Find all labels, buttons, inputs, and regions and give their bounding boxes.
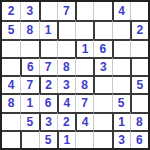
cell-r5c2-given-7: 7 (20, 75, 38, 93)
cell-r7c5-given-4: 4 (75, 112, 93, 130)
cell-r8c2-empty[interactable] (20, 130, 38, 148)
cell-r7c7-given-1: 1 (112, 112, 130, 130)
cell-r5c1-given-4: 4 (2, 75, 20, 93)
cell-r5c5-given-8: 8 (75, 75, 93, 93)
cell-r8c5-empty[interactable] (75, 130, 93, 148)
cell-r5c3-given-2: 2 (39, 75, 57, 93)
cell-r4c4-given-8: 8 (57, 57, 75, 75)
cell-r1c3-empty[interactable] (39, 2, 57, 20)
cell-r4c2-given-6: 6 (20, 57, 38, 75)
cell-r6c4-given-4: 4 (57, 93, 75, 111)
cell-r4c3-given-7: 7 (39, 57, 57, 75)
cell-r4c6-given-3: 3 (93, 57, 111, 75)
cell-r8c7-given-3: 3 (112, 130, 130, 148)
cell-r1c4-given-7: 7 (57, 2, 75, 20)
cell-r5c4-given-3: 3 (57, 75, 75, 93)
cell-r1c2-given-3: 3 (20, 2, 38, 20)
cell-r4c8-empty[interactable] (130, 57, 148, 75)
cell-r3c7-empty[interactable] (112, 39, 130, 57)
cell-r4c5-empty[interactable] (75, 57, 93, 75)
cell-r2c1-given-5: 5 (2, 20, 20, 38)
cell-r7c4-given-2: 2 (57, 112, 75, 130)
cell-r3c4-empty[interactable] (57, 39, 75, 57)
cell-r6c8-empty[interactable] (130, 93, 148, 111)
cell-r5c7-empty[interactable] (112, 75, 130, 93)
sudoku-board: 237458121667834723858164755324185136 (0, 0, 150, 150)
cell-r3c8-empty[interactable] (130, 39, 148, 57)
cell-r2c6-empty[interactable] (93, 20, 111, 38)
cell-r5c6-empty[interactable] (93, 75, 111, 93)
cell-r8c8-given-6: 6 (130, 130, 148, 148)
cell-r3c3-empty[interactable] (39, 39, 57, 57)
cell-r2c7-empty[interactable] (112, 20, 130, 38)
cell-r7c2-given-5: 5 (20, 112, 38, 130)
cell-r3c2-empty[interactable] (20, 39, 38, 57)
cell-r7c1-empty[interactable] (2, 112, 20, 130)
cell-r1c6-empty[interactable] (93, 2, 111, 20)
cell-r6c2-given-1: 1 (20, 93, 38, 111)
cell-r3c6-given-6: 6 (93, 39, 111, 57)
cell-r4c1-empty[interactable] (2, 57, 20, 75)
cell-r2c5-empty[interactable] (75, 20, 93, 38)
cell-r2c8-given-2: 2 (130, 20, 148, 38)
cell-r7c6-empty[interactable] (93, 112, 111, 130)
cell-r1c5-empty[interactable] (75, 2, 93, 20)
cell-r1c7-given-4: 4 (112, 2, 130, 20)
cell-r7c8-given-8: 8 (130, 112, 148, 130)
cell-r2c2-given-8: 8 (20, 20, 38, 38)
cell-r6c5-given-7: 7 (75, 93, 93, 111)
cell-r8c6-empty[interactable] (93, 130, 111, 148)
cell-r4c7-empty[interactable] (112, 57, 130, 75)
cell-r7c3-given-3: 3 (39, 112, 57, 130)
cell-r8c4-given-1: 1 (57, 130, 75, 148)
cell-r1c8-empty[interactable] (130, 2, 148, 20)
cell-r6c7-given-5: 5 (112, 93, 130, 111)
cell-r2c3-given-1: 1 (39, 20, 57, 38)
cell-r8c3-given-5: 5 (39, 130, 57, 148)
cell-r1c1-given-2: 2 (2, 2, 20, 20)
cell-r8c1-empty[interactable] (2, 130, 20, 148)
cell-r6c6-empty[interactable] (93, 93, 111, 111)
cell-r3c5-given-1: 1 (75, 39, 93, 57)
cell-r3c1-empty[interactable] (2, 39, 20, 57)
cell-r6c1-given-8: 8 (2, 93, 20, 111)
cell-r5c8-given-5: 5 (130, 75, 148, 93)
cell-r6c3-given-6: 6 (39, 93, 57, 111)
cell-r2c4-empty[interactable] (57, 20, 75, 38)
